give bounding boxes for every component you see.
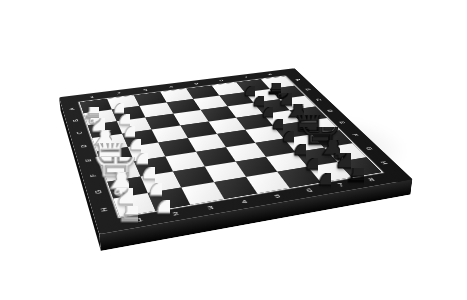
rank-label-near-5: 5 (274, 194, 282, 199)
rank-label-near-8: 8 (368, 178, 377, 183)
file-label-left-d: D (80, 144, 89, 148)
rank-label-near-1: 1 (136, 217, 143, 223)
rank-label-near-7: 7 (337, 183, 346, 188)
file-label-left-e: E (84, 158, 93, 162)
file-label-left-h: H (99, 207, 110, 212)
rank-label-near-4: 4 (241, 199, 249, 205)
file-label-left-f: F (89, 173, 99, 177)
file-label-left-b: B (72, 119, 80, 122)
square-h1[interactable]: ♜ (113, 193, 155, 217)
file-label-left-c: C (76, 131, 85, 135)
rank-label-far-6: 6 (219, 79, 225, 82)
chess-board: ♜♟♟♜♞♟♟♞♝♟♟♝♛♟♟♛♚♟♟♚♝♟♟♝♞♟♟♞♜♟♟♜ AA11BB2… (59, 68, 412, 234)
rank-label-near-6: 6 (306, 188, 314, 193)
file-label-left-g: G (94, 189, 104, 194)
rank-label-near-3: 3 (207, 205, 215, 211)
chess-scene: ♜♟♟♜♞♟♟♞♝♟♟♝♛♟♟♛♚♟♟♚♝♟♟♝♞♟♟♞♜♟♟♜ AA11BB2… (0, 0, 467, 300)
rank-label-far-4: 4 (169, 85, 174, 88)
rank-label-far-5: 5 (194, 82, 200, 85)
file-label-right-h: H (378, 161, 389, 165)
rank-label-far-3: 3 (143, 89, 148, 92)
rank-label-near-2: 2 (172, 211, 180, 217)
file-label-left-a: A (68, 107, 76, 110)
